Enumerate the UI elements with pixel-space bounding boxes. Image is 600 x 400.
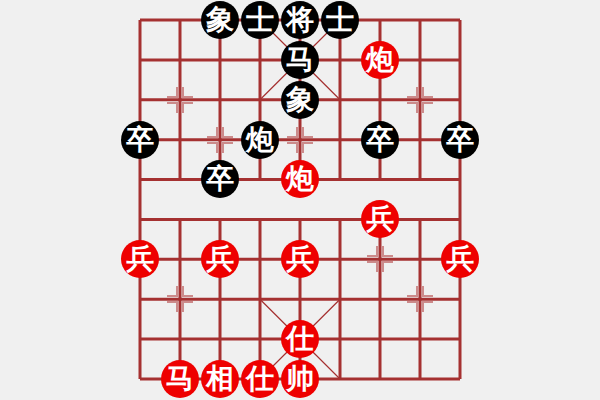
black-advisor[interactable]: 士	[241, 1, 279, 39]
red-pawn[interactable]: 兵	[361, 200, 399, 238]
pieces-layer: 象士将士马炮象卒炮卒卒卒炮兵兵兵兵兵仕马相仕帅	[120, 0, 480, 399]
red-elephant[interactable]: 相	[201, 360, 239, 398]
red-cannon[interactable]: 炮	[281, 160, 319, 198]
red-cannon[interactable]: 炮	[361, 41, 399, 79]
red-advisor[interactable]: 仕	[241, 360, 279, 398]
vacated-point-marker	[407, 286, 433, 312]
vacated-point-marker	[207, 127, 233, 153]
red-pawn[interactable]: 兵	[441, 240, 479, 278]
vacated-point-marker	[367, 246, 393, 272]
black-pawn[interactable]: 卒	[361, 121, 399, 159]
red-advisor[interactable]: 仕	[281, 320, 319, 358]
red-horse[interactable]: 马	[161, 360, 199, 398]
black-pawn[interactable]: 卒	[441, 121, 479, 159]
red-pawn[interactable]: 兵	[281, 240, 319, 278]
vacated-point-marker	[287, 127, 313, 153]
black-cannon[interactable]: 炮	[241, 121, 279, 159]
black-king[interactable]: 将	[281, 1, 319, 39]
vacated-point-marker	[167, 286, 193, 312]
vacated-point-marker	[167, 87, 193, 113]
black-horse[interactable]: 马	[281, 41, 319, 79]
red-king[interactable]: 帅	[281, 360, 319, 398]
black-elephant[interactable]: 象	[281, 81, 319, 119]
black-advisor[interactable]: 士	[321, 1, 359, 39]
xiangqi-board: 象士将士马炮象卒炮卒卒卒炮兵兵兵兵兵仕马相仕帅	[0, 0, 600, 400]
black-elephant[interactable]: 象	[201, 1, 239, 39]
black-pawn[interactable]: 卒	[121, 121, 159, 159]
vacated-point-marker	[407, 87, 433, 113]
black-pawn[interactable]: 卒	[201, 160, 239, 198]
red-pawn[interactable]: 兵	[201, 240, 239, 278]
red-pawn[interactable]: 兵	[121, 240, 159, 278]
